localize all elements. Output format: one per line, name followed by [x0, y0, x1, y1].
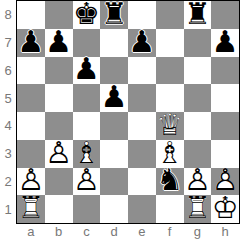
square-b1[interactable] — [45, 195, 73, 223]
white-pawn-outline-glyph: ♙ — [73, 165, 100, 195]
square-h5[interactable] — [211, 84, 239, 112]
square-h6[interactable] — [211, 57, 239, 85]
black-pawn-glyph: ♟ — [73, 54, 100, 84]
white-rook-outline-glyph: ♖ — [184, 193, 211, 223]
square-g6[interactable] — [184, 57, 212, 85]
square-c2[interactable]: ♟♙ — [73, 168, 101, 196]
file-label-h: h — [211, 223, 239, 240]
white-rook[interactable]: ♜♖ — [17, 195, 45, 223]
square-a7[interactable]: ♟ — [17, 29, 45, 57]
file-labels: abcdefgh — [17, 223, 239, 240]
square-g4[interactable] — [184, 112, 212, 140]
square-e4[interactable] — [128, 112, 156, 140]
square-c1[interactable] — [73, 195, 101, 223]
rank-label-5: 5 — [0, 84, 16, 112]
file-label-g: g — [184, 223, 212, 240]
black-rook[interactable]: ♜ — [184, 1, 212, 29]
square-d3[interactable] — [100, 140, 128, 168]
white-pawn-outline-glyph: ♙ — [45, 137, 72, 167]
black-rook-glyph: ♜ — [101, 0, 128, 29]
rank-label-3: 3 — [0, 140, 16, 168]
black-king-glyph: ♚ — [73, 0, 100, 29]
square-f2[interactable]: ♞ — [156, 168, 184, 196]
white-rook-outline-glyph: ♖ — [17, 193, 44, 223]
square-a6[interactable] — [17, 57, 45, 85]
rank-label-1: 1 — [0, 195, 16, 223]
square-g5[interactable] — [184, 84, 212, 112]
file-label-b: b — [45, 223, 73, 240]
square-d5[interactable]: ♟ — [100, 84, 128, 112]
square-h4[interactable] — [211, 112, 239, 140]
square-f8[interactable] — [156, 1, 184, 29]
square-e5[interactable] — [128, 84, 156, 112]
black-rook[interactable]: ♜ — [100, 1, 128, 29]
square-g1[interactable]: ♜♖ — [184, 195, 212, 223]
file-label-e: e — [128, 223, 156, 240]
black-knight-glyph: ♞ — [156, 165, 183, 195]
black-pawn-glyph: ♟ — [45, 26, 72, 56]
black-rook-glyph: ♜ — [184, 0, 211, 29]
square-c5[interactable] — [73, 84, 101, 112]
square-f6[interactable] — [156, 57, 184, 85]
square-g8[interactable]: ♜ — [184, 1, 212, 29]
square-d1[interactable] — [100, 195, 128, 223]
square-c6[interactable]: ♟ — [73, 57, 101, 85]
rank-label-7: 7 — [0, 29, 16, 57]
file-label-f: f — [156, 223, 184, 240]
black-king[interactable]: ♚ — [73, 1, 101, 29]
black-pawn[interactable]: ♟ — [45, 29, 73, 57]
black-pawn[interactable]: ♟ — [128, 29, 156, 57]
rank-label-8: 8 — [0, 1, 16, 29]
square-e7[interactable]: ♟ — [128, 29, 156, 57]
square-f7[interactable] — [156, 29, 184, 57]
black-pawn[interactable]: ♟ — [73, 57, 101, 85]
square-b3[interactable]: ♟♙ — [45, 140, 73, 168]
square-h7[interactable]: ♟ — [211, 29, 239, 57]
black-pawn-glyph: ♟ — [212, 26, 239, 56]
black-pawn-glyph: ♟ — [128, 26, 155, 56]
square-b2[interactable] — [45, 168, 73, 196]
rank-label-6: 6 — [0, 57, 16, 85]
square-e3[interactable] — [128, 140, 156, 168]
black-pawn[interactable]: ♟ — [211, 29, 239, 57]
square-e6[interactable] — [128, 57, 156, 85]
square-b6[interactable] — [45, 57, 73, 85]
square-h1[interactable]: ♚♔ — [211, 195, 239, 223]
square-c8[interactable]: ♚ — [73, 1, 101, 29]
rank-label-4: 4 — [0, 112, 16, 140]
square-d2[interactable] — [100, 168, 128, 196]
square-a4[interactable] — [17, 112, 45, 140]
square-e2[interactable] — [128, 168, 156, 196]
white-king-outline-glyph: ♔ — [212, 193, 239, 223]
black-pawn-glyph: ♟ — [101, 82, 128, 112]
square-d7[interactable] — [100, 29, 128, 57]
white-pawn[interactable]: ♟♙ — [45, 140, 73, 168]
white-rook[interactable]: ♜♖ — [184, 195, 212, 223]
square-a1[interactable]: ♜♖ — [17, 195, 45, 223]
square-a5[interactable] — [17, 84, 45, 112]
square-e1[interactable] — [128, 195, 156, 223]
black-pawn[interactable]: ♟ — [100, 84, 128, 112]
white-pawn[interactable]: ♟♙ — [73, 168, 101, 196]
white-king[interactable]: ♚♔ — [211, 195, 239, 223]
rank-label-2: 2 — [0, 168, 16, 196]
rank-labels: 87654321 — [0, 1, 16, 223]
file-label-d: d — [100, 223, 128, 240]
square-d4[interactable] — [100, 112, 128, 140]
black-pawn-glyph: ♟ — [17, 26, 44, 56]
square-b7[interactable]: ♟ — [45, 29, 73, 57]
square-f1[interactable] — [156, 195, 184, 223]
file-label-a: a — [17, 223, 45, 240]
black-pawn[interactable]: ♟ — [17, 29, 45, 57]
chess-board[interactable]: ♚♜♜♟♟♟♟♟♟♛♕♟♙♝♗♝♗♟♙♟♙♞♟♙♟♙♜♖♜♖♚♔ — [16, 0, 240, 224]
square-g7[interactable] — [184, 29, 212, 57]
square-d8[interactable]: ♜ — [100, 1, 128, 29]
black-knight[interactable]: ♞ — [156, 168, 184, 196]
square-b5[interactable] — [45, 84, 73, 112]
file-label-c: c — [73, 223, 101, 240]
chess-diagram: 87654321 ♚♜♜♟♟♟♟♟♟♛♕♟♙♝♗♝♗♟♙♟♙♞♟♙♟♙♜♖♜♖♚… — [0, 0, 240, 240]
